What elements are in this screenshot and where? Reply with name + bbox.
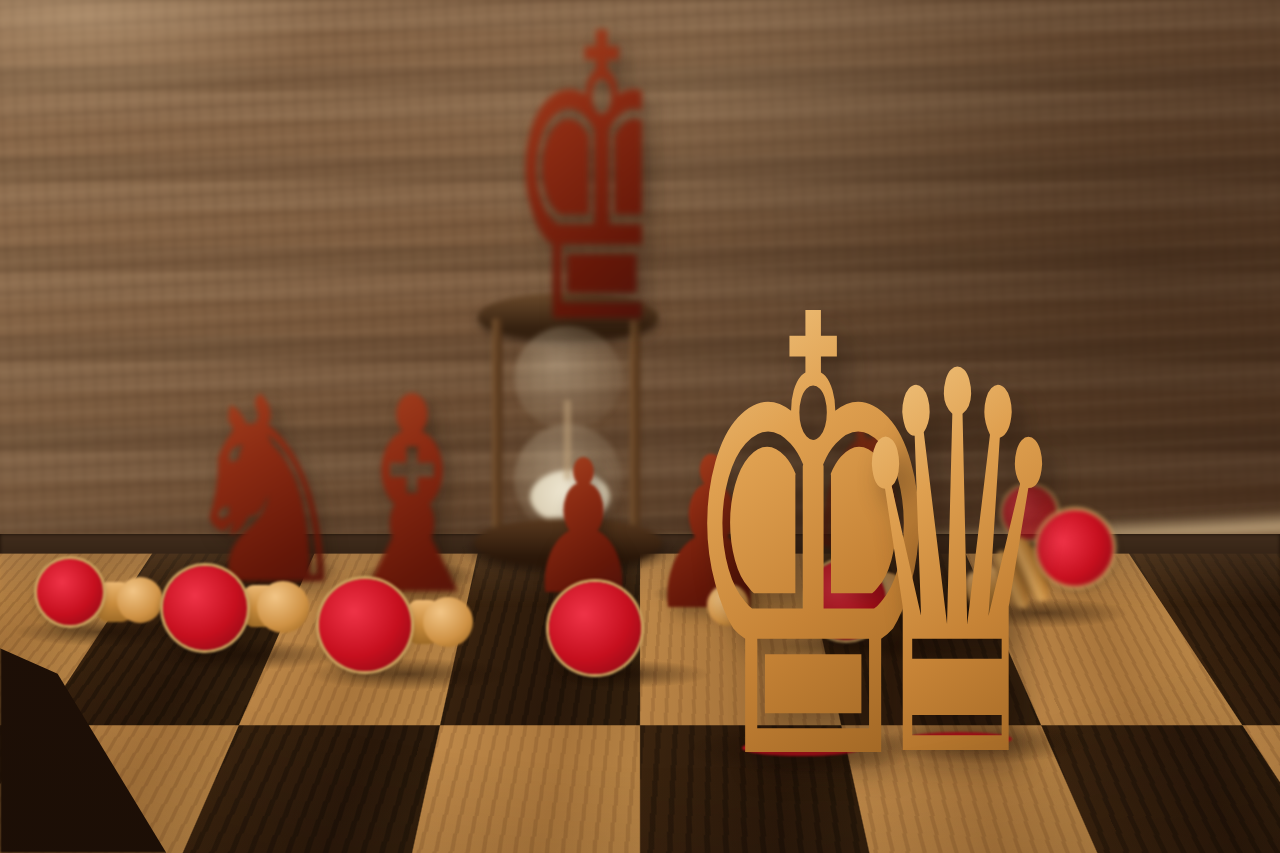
light-queen-glyph: ♛ <box>839 306 1074 831</box>
fallen-pawn-1-head <box>117 577 163 623</box>
fallen-pawn-2-shadow <box>150 640 340 670</box>
fallen-pawn-1-shadow <box>15 618 185 646</box>
fallen-pawn-3-head <box>423 597 473 647</box>
chess-still-life-photo: ♚ ♞ ♝ ♟ ♟ ♞ <box>0 0 1280 853</box>
fallen-pawn-3-felt <box>319 579 411 671</box>
dark-bishop: ♝ <box>287 362 537 633</box>
light-queen: ♛ <box>712 306 1202 831</box>
fallen-pawn-2-felt <box>163 566 247 650</box>
fallen-pawn-1-felt <box>37 559 103 625</box>
fallen-pawn-2-head <box>257 581 309 633</box>
